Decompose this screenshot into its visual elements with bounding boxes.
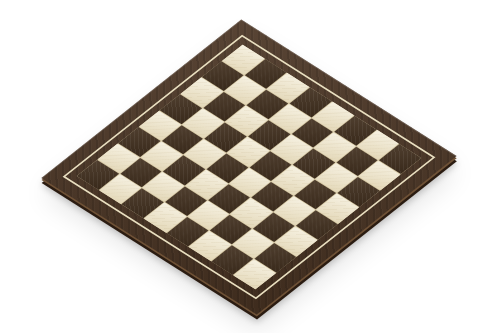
chessboard [41,20,456,315]
photo-background [0,0,500,333]
board-grid [77,45,422,290]
